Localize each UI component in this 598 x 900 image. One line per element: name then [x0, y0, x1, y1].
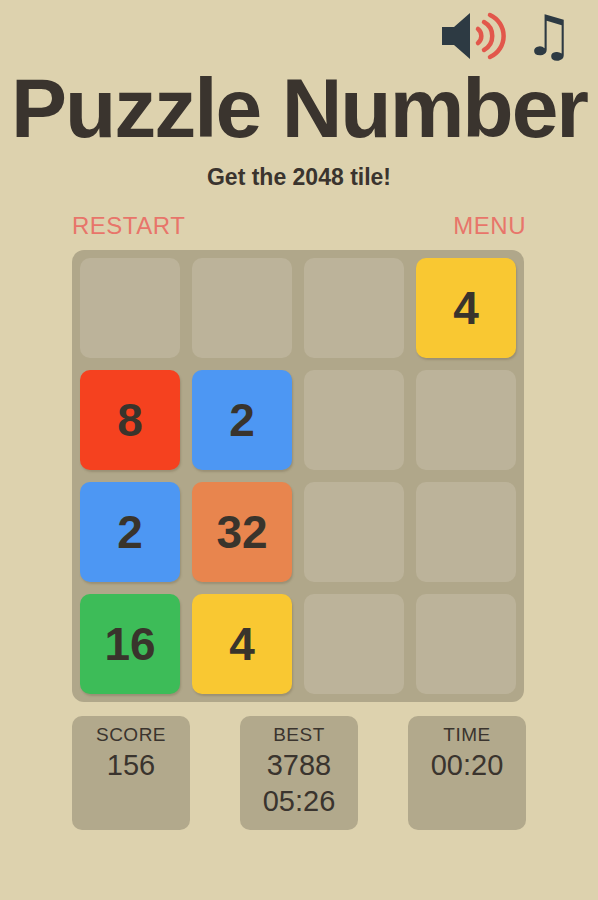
- tile-32-r2c1: 32: [192, 482, 292, 582]
- tile-2-r2c0: 2: [80, 482, 180, 582]
- empty-cell-r1c2: [304, 370, 404, 470]
- game-screen: ♫ Puzzle Number Get the 2048 tile! RESTA…: [0, 0, 598, 900]
- restart-button[interactable]: RESTART: [72, 212, 185, 240]
- tile-16-r3c0: 16: [80, 594, 180, 694]
- time-panel: TIME 00:20: [408, 716, 526, 830]
- empty-cell-r3c3: [416, 594, 516, 694]
- best-score-value: 3788: [240, 748, 358, 782]
- best-label: BEST: [240, 724, 358, 746]
- music-toggle-button[interactable]: ♫: [524, 10, 574, 62]
- game-board[interactable]: 482232164: [72, 250, 524, 702]
- empty-cell-r1c3: [416, 370, 516, 470]
- music-note-icon: ♫: [524, 10, 574, 62]
- page-title: Puzzle Number: [0, 66, 598, 150]
- empty-cell-r0c0: [80, 258, 180, 358]
- score-value: 156: [72, 748, 190, 782]
- topbar: ♫: [436, 10, 574, 62]
- empty-cell-r0c2: [304, 258, 404, 358]
- empty-cell-r2c2: [304, 482, 404, 582]
- time-label: TIME: [408, 724, 526, 746]
- stats-row: SCORE 156 BEST 3788 05:26 TIME 00:20: [72, 716, 526, 830]
- sound-toggle-button[interactable]: [436, 10, 508, 62]
- empty-cell-r2c3: [416, 482, 516, 582]
- page-subtitle: Get the 2048 tile!: [0, 164, 598, 191]
- tile-8-r1c0: 8: [80, 370, 180, 470]
- controls-row: RESTART MENU: [72, 212, 526, 240]
- speaker-sound-on-icon: [436, 10, 508, 62]
- score-label: SCORE: [72, 724, 190, 746]
- best-panel: BEST 3788 05:26: [240, 716, 358, 830]
- tile-2-r1c1: 2: [192, 370, 292, 470]
- empty-cell-r0c1: [192, 258, 292, 358]
- tile-4-r0c3: 4: [416, 258, 516, 358]
- time-value: 00:20: [408, 748, 526, 782]
- score-panel: SCORE 156: [72, 716, 190, 830]
- tile-4-r3c1: 4: [192, 594, 292, 694]
- empty-cell-r3c2: [304, 594, 404, 694]
- best-time-value: 05:26: [240, 784, 358, 818]
- menu-button[interactable]: MENU: [453, 212, 526, 240]
